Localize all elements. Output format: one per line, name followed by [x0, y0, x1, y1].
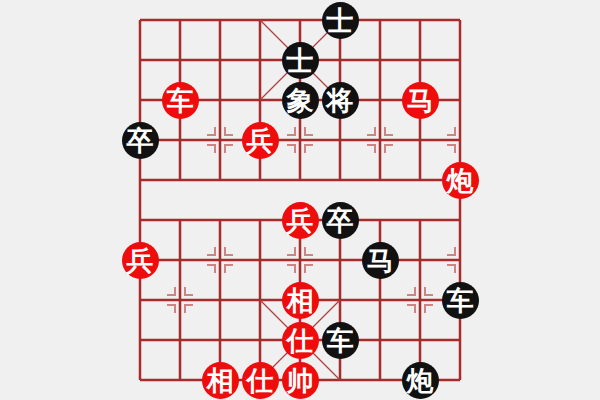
piece-black-advisor[interactable]: 士 — [322, 2, 359, 39]
piece-black-horse[interactable]: 马 — [362, 242, 399, 279]
piece-black-soldier[interactable]: 卒 — [122, 122, 159, 159]
piece-red-elephant[interactable]: 相 — [282, 282, 319, 319]
piece-red-soldier[interactable]: 兵 — [282, 202, 319, 239]
pieces-layer: 士士车象将马卒兵炮兵卒兵马相车仕车相仕帅炮 — [120, 0, 480, 400]
piece-black-cannon[interactable]: 炮 — [402, 362, 439, 399]
xiangqi-board: 士士车象将马卒兵炮兵卒兵马相车仕车相仕帅炮 — [0, 0, 600, 400]
piece-red-advisor[interactable]: 仕 — [282, 322, 319, 359]
piece-black-general[interactable]: 将 — [322, 82, 359, 119]
piece-black-chariot[interactable]: 车 — [442, 282, 479, 319]
piece-red-horse[interactable]: 马 — [402, 82, 439, 119]
piece-red-cannon[interactable]: 炮 — [442, 162, 479, 199]
piece-black-elephant[interactable]: 象 — [282, 82, 319, 119]
piece-black-soldier[interactable]: 卒 — [322, 202, 359, 239]
piece-red-soldier[interactable]: 兵 — [122, 242, 159, 279]
piece-red-elephant[interactable]: 相 — [202, 362, 239, 399]
piece-red-chariot[interactable]: 车 — [162, 82, 199, 119]
piece-red-general[interactable]: 帅 — [282, 362, 319, 399]
piece-red-soldier[interactable]: 兵 — [242, 122, 279, 159]
piece-black-chariot[interactable]: 车 — [322, 322, 359, 359]
piece-red-advisor[interactable]: 仕 — [242, 362, 279, 399]
piece-black-advisor[interactable]: 士 — [282, 42, 319, 79]
